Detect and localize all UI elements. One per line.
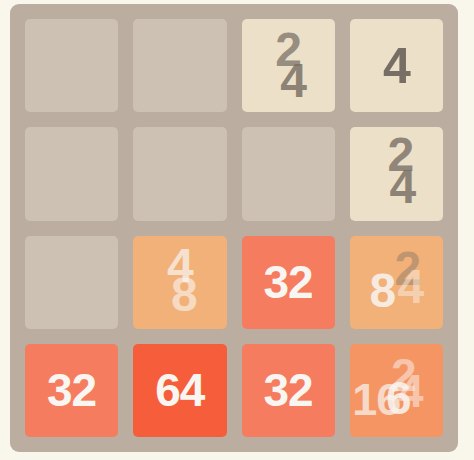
cell-r2c1-empty: [25, 127, 118, 220]
tile-value-4: 4: [280, 57, 306, 105]
cell-r2c4-tile: 24: [350, 127, 443, 220]
cell-r1c2-empty: [133, 19, 226, 112]
tile-value-8: 8: [171, 271, 197, 319]
game-board-2048[interactable]: 24424483228432643216264: [10, 4, 458, 452]
cell-r2c3-empty: [242, 127, 335, 220]
cell-r4c2-tile: 64: [133, 344, 226, 437]
tile-value-4: 4: [398, 263, 424, 311]
cell-r1c1-empty: [25, 19, 118, 112]
tile-value-8: 8: [370, 267, 396, 315]
tile-value-4: 4: [383, 41, 410, 91]
tile-value-4: 4: [390, 163, 416, 211]
cell-r3c2-tile: 48: [133, 236, 226, 329]
tile-value-64: 64: [155, 367, 204, 413]
cell-r1c3-tile: 24: [242, 19, 335, 112]
cell-r3c3-tile: 32: [242, 236, 335, 329]
tile-value-4: 4: [398, 368, 423, 414]
tile-value-32: 32: [47, 367, 96, 413]
cell-r4c1-tile: 32: [25, 344, 118, 437]
cell-r1c4-tile: 4: [350, 19, 443, 112]
cell-r3c1-empty: [25, 236, 118, 329]
cell-r2c2-empty: [133, 127, 226, 220]
cell-r4c4-tile: 16264: [350, 344, 443, 437]
game-stage: 24424483228432643216264: [0, 0, 474, 460]
cell-r3c4-tile: 284: [350, 236, 443, 329]
tile-value-32: 32: [264, 367, 313, 413]
cell-r4c3-tile: 32: [242, 344, 335, 437]
tile-value-32: 32: [264, 259, 313, 305]
